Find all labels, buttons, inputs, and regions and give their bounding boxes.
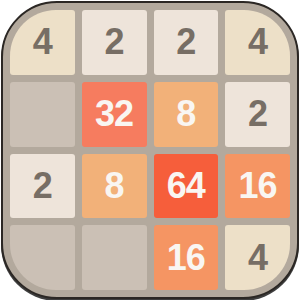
app-icon-2048: 42243282286416164 bbox=[0, 0, 300, 300]
tile-16: 16 bbox=[225, 154, 290, 219]
empty-cell bbox=[10, 82, 75, 147]
tile-2: 2 bbox=[225, 82, 290, 147]
game-board[interactable]: 42243282286416164 bbox=[1, 1, 299, 299]
tile-2: 2 bbox=[82, 10, 147, 75]
tile-32: 32 bbox=[82, 82, 147, 147]
tile-2: 2 bbox=[154, 10, 219, 75]
board-grid: 42243282286416164 bbox=[3, 3, 297, 297]
tile-4: 4 bbox=[10, 10, 75, 75]
tile-64: 64 bbox=[154, 154, 219, 219]
tile-16: 16 bbox=[154, 225, 219, 290]
tile-8: 8 bbox=[82, 154, 147, 219]
tile-2: 2 bbox=[10, 154, 75, 219]
empty-cell bbox=[10, 225, 75, 290]
tile-8: 8 bbox=[154, 82, 219, 147]
empty-cell bbox=[82, 225, 147, 290]
tile-4: 4 bbox=[225, 225, 290, 290]
tile-4: 4 bbox=[225, 10, 290, 75]
